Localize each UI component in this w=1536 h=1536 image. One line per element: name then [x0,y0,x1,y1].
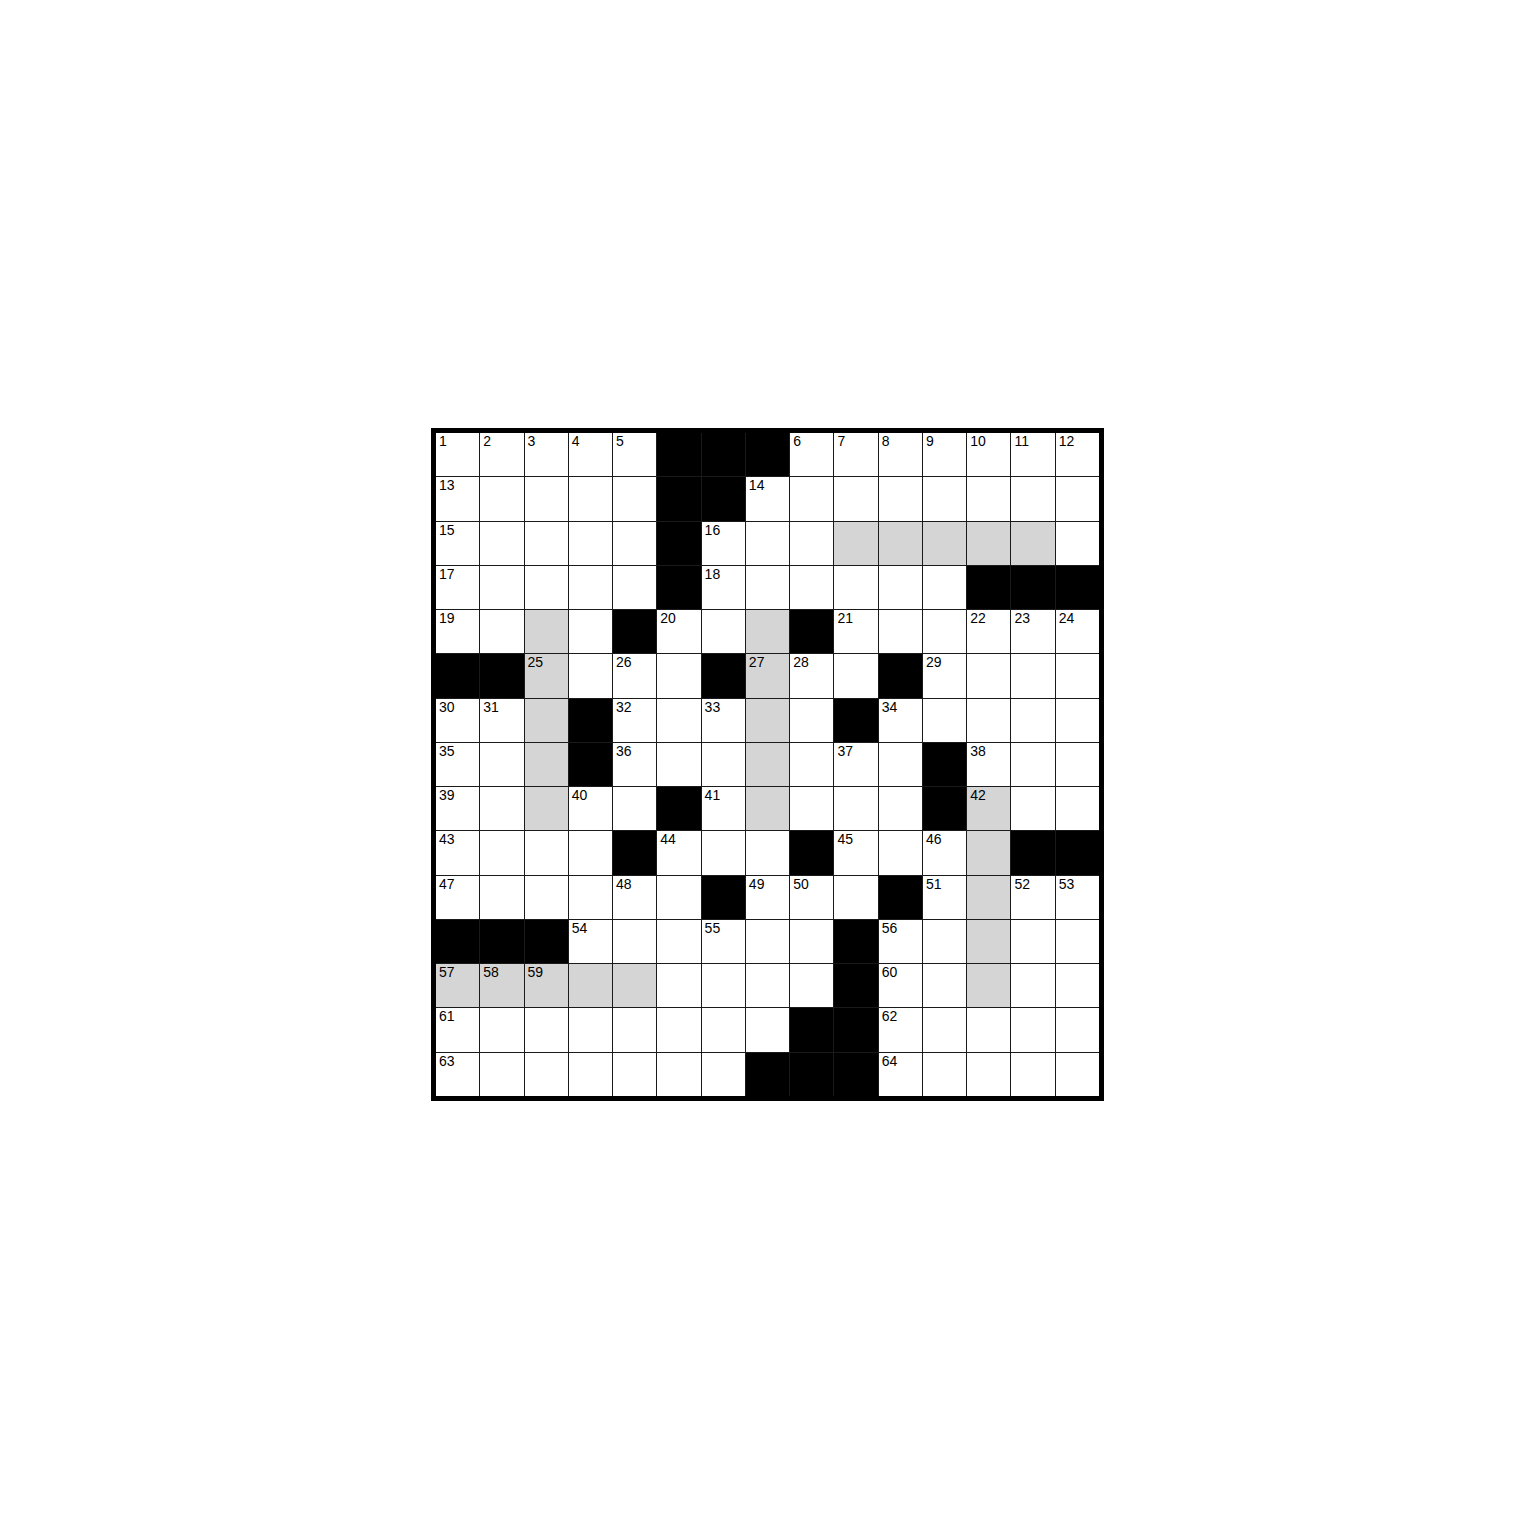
cell-r3c5[interactable] [613,522,656,565]
cell-r7c10 [834,699,877,742]
clue-number-35: 35 [439,744,455,759]
cell-r5c3[interactable] [525,610,568,653]
crossword-grid: 1234567891011121314151617181920212223242… [431,428,1104,1101]
cell-r1c1[interactable]: 1 [436,433,479,476]
cell-r5c9 [790,610,833,653]
clue-number-45: 45 [837,832,853,847]
cell-r3c4[interactable] [569,522,612,565]
cell-r8c6[interactable] [657,743,700,786]
cell-r14c11[interactable]: 62 [879,1008,922,1051]
cell-r13c11[interactable]: 60 [879,964,922,1007]
cell-r4c7[interactable]: 18 [702,566,745,609]
cell-r2c12[interactable] [923,477,966,520]
cell-r12c11[interactable]: 56 [879,920,922,963]
cell-r6c15[interactable] [1056,654,1099,697]
clue-number-53: 53 [1059,877,1075,892]
cell-r15c3[interactable] [525,1053,568,1096]
cell-r12c1 [436,920,479,963]
cell-r14c10 [834,1008,877,1051]
clue-number-24: 24 [1059,611,1075,626]
cell-r8c10[interactable]: 37 [834,743,877,786]
cell-r3c13[interactable] [967,522,1010,565]
cell-r9c2[interactable] [480,787,523,830]
cell-r14c15[interactable] [1056,1008,1099,1051]
cell-r3c7[interactable]: 16 [702,522,745,565]
clue-number-48: 48 [616,877,632,892]
cell-r5c12[interactable] [923,610,966,653]
clue-number-41: 41 [705,788,721,803]
cell-r2c8[interactable]: 14 [746,477,789,520]
cell-r4c4[interactable] [569,566,612,609]
cell-r14c8[interactable] [746,1008,789,1051]
cell-r7c2[interactable]: 31 [480,699,523,742]
cell-r7c9[interactable] [790,699,833,742]
cell-r4c10[interactable] [834,566,877,609]
cell-r2c3[interactable] [525,477,568,520]
cell-r11c9[interactable]: 50 [790,876,833,919]
cell-r13c10 [834,964,877,1007]
clue-number-30: 30 [439,700,455,715]
cell-r11c11 [879,876,922,919]
cell-r7c4 [569,699,612,742]
cell-r7c11[interactable]: 34 [879,699,922,742]
clue-number-58: 58 [483,965,499,980]
cell-r9c3[interactable] [525,787,568,830]
cell-r9c15[interactable] [1056,787,1099,830]
cell-r5c11[interactable] [879,610,922,653]
cell-r11c4[interactable] [569,876,612,919]
cell-r5c7[interactable] [702,610,745,653]
cell-r1c9[interactable]: 6 [790,433,833,476]
cell-r8c8[interactable] [746,743,789,786]
cell-r15c8 [746,1053,789,1096]
clue-number-19: 19 [439,611,455,626]
cell-r15c10 [834,1053,877,1096]
cell-r14c9 [790,1008,833,1051]
cell-r8c2[interactable] [480,743,523,786]
cell-r10c3[interactable] [525,831,568,874]
cell-r12c15[interactable] [1056,920,1099,963]
cell-r10c12[interactable]: 46 [923,831,966,874]
cell-r6c8[interactable]: 27 [746,654,789,697]
clue-number-10: 10 [970,434,986,449]
cell-r11c6[interactable] [657,876,700,919]
clue-number-42: 42 [970,788,986,803]
cell-r6c6[interactable] [657,654,700,697]
cell-r1c7 [702,433,745,476]
clue-number-43: 43 [439,832,455,847]
clue-number-23: 23 [1014,611,1030,626]
cell-r12c3 [525,920,568,963]
cell-r12c13[interactable] [967,920,1010,963]
cell-r1c14[interactable]: 11 [1011,433,1054,476]
cell-r11c15[interactable]: 53 [1056,876,1099,919]
cell-r6c13[interactable] [967,654,1010,697]
cell-r5c13[interactable]: 22 [967,610,1010,653]
cell-r1c5[interactable]: 5 [613,433,656,476]
cell-r4c8[interactable] [746,566,789,609]
cell-r15c1[interactable]: 63 [436,1053,479,1096]
clue-number-56: 56 [882,921,898,936]
cell-r12c4[interactable]: 54 [569,920,612,963]
cell-r8c14[interactable] [1011,743,1054,786]
cell-r4c5[interactable] [613,566,656,609]
cell-r11c1[interactable]: 47 [436,876,479,919]
cell-r4c2[interactable] [480,566,523,609]
clue-number-31: 31 [483,700,499,715]
cell-r15c2[interactable] [480,1053,523,1096]
page: 1234567891011121314151617181920212223242… [0,0,1536,1536]
clue-number-26: 26 [616,655,632,670]
cell-r15c14[interactable] [1011,1053,1054,1096]
clue-number-33: 33 [705,700,721,715]
cell-r6c2 [480,654,523,697]
cell-r11c14[interactable]: 52 [1011,876,1054,919]
cell-r13c13[interactable] [967,964,1010,1007]
clue-number-63: 63 [439,1054,455,1069]
cell-r13c15[interactable] [1056,964,1099,1007]
cell-r11c3[interactable] [525,876,568,919]
cell-r10c11[interactable] [879,831,922,874]
cell-r1c13[interactable]: 10 [967,433,1010,476]
cell-r15c7[interactable] [702,1053,745,1096]
cell-r13c4[interactable] [569,964,612,1007]
cell-r5c1[interactable]: 19 [436,610,479,653]
cell-r6c11 [879,654,922,697]
cell-r4c1[interactable]: 17 [436,566,479,609]
clue-number-46: 46 [926,832,942,847]
cell-r4c6 [657,566,700,609]
cell-r1c11[interactable]: 8 [879,433,922,476]
cell-r14c5[interactable] [613,1008,656,1051]
cell-r12c14[interactable] [1011,920,1054,963]
cell-r2c5[interactable] [613,477,656,520]
cell-r9c10[interactable] [834,787,877,830]
cell-r2c13[interactable] [967,477,1010,520]
cell-r9c6 [657,787,700,830]
cell-r11c13[interactable] [967,876,1010,919]
cell-r10c9 [790,831,833,874]
clue-number-54: 54 [572,921,588,936]
cell-r4c11[interactable] [879,566,922,609]
cell-r8c9[interactable] [790,743,833,786]
cell-r11c10[interactable] [834,876,877,919]
cell-r8c3[interactable] [525,743,568,786]
cell-r7c5[interactable]: 32 [613,699,656,742]
cell-r5c4[interactable] [569,610,612,653]
cell-r15c13[interactable] [967,1053,1010,1096]
clue-number-61: 61 [439,1009,455,1024]
cell-r1c10[interactable]: 7 [834,433,877,476]
cell-r14c1[interactable]: 61 [436,1008,479,1051]
cell-r12c12[interactable] [923,920,966,963]
cell-r3c1[interactable]: 15 [436,522,479,565]
cell-r10c15 [1056,831,1099,874]
cell-r3c2[interactable] [480,522,523,565]
cell-r5c5 [613,610,656,653]
cell-r5c10[interactable]: 21 [834,610,877,653]
cell-r14c7[interactable] [702,1008,745,1051]
cell-r9c7[interactable]: 41 [702,787,745,830]
cell-r10c8[interactable] [746,831,789,874]
cell-r7c12[interactable] [923,699,966,742]
cell-r6c7 [702,654,745,697]
cell-r6c14[interactable] [1011,654,1054,697]
cell-r11c7 [702,876,745,919]
cell-r14c4[interactable] [569,1008,612,1051]
cell-r2c14[interactable] [1011,477,1054,520]
cell-r8c5[interactable]: 36 [613,743,656,786]
cell-r14c12[interactable] [923,1008,966,1051]
clue-number-32: 32 [616,700,632,715]
cell-r3c15[interactable] [1056,522,1099,565]
cell-r13c3[interactable]: 59 [525,964,568,1007]
clue-number-36: 36 [616,744,632,759]
cell-r2c1[interactable]: 13 [436,477,479,520]
cell-r11c2[interactable] [480,876,523,919]
cell-r9c5[interactable] [613,787,656,830]
clue-number-17: 17 [439,567,455,582]
clue-number-14: 14 [749,478,765,493]
clue-number-38: 38 [970,744,986,759]
cell-r10c14 [1011,831,1054,874]
cell-r6c9[interactable]: 28 [790,654,833,697]
clue-number-59: 59 [528,965,544,980]
cell-r3c12[interactable] [923,522,966,565]
cell-r15c6[interactable] [657,1053,700,1096]
clue-number-49: 49 [749,877,765,892]
cell-r13c5[interactable] [613,964,656,1007]
cell-r6c4[interactable] [569,654,612,697]
cell-r3c3[interactable] [525,522,568,565]
cell-r7c1[interactable]: 30 [436,699,479,742]
clue-number-12: 12 [1059,434,1075,449]
cell-r14c3[interactable] [525,1008,568,1051]
cell-r7c14[interactable] [1011,699,1054,742]
cell-r10c7[interactable] [702,831,745,874]
cell-r2c7 [702,477,745,520]
cell-r4c3[interactable] [525,566,568,609]
clue-number-11: 11 [1014,434,1029,449]
cell-r14c6[interactable] [657,1008,700,1051]
cell-r10c4[interactable] [569,831,612,874]
cell-r10c6[interactable]: 44 [657,831,700,874]
cell-r9c4[interactable]: 40 [569,787,612,830]
clue-number-51: 51 [926,877,942,892]
clue-number-16: 16 [705,523,721,538]
cell-r13c2[interactable]: 58 [480,964,523,1007]
cell-r12c8[interactable] [746,920,789,963]
cell-r7c6[interactable] [657,699,700,742]
cell-r1c6 [657,433,700,476]
cell-r2c4[interactable] [569,477,612,520]
cell-r2c9[interactable] [790,477,833,520]
clue-number-55: 55 [705,921,721,936]
clue-number-20: 20 [660,611,676,626]
cell-r9c12 [923,787,966,830]
cell-r1c8 [746,433,789,476]
cell-r8c11[interactable] [879,743,922,786]
cell-r10c2[interactable] [480,831,523,874]
clue-number-27: 27 [749,655,765,670]
cell-r1c12[interactable]: 9 [923,433,966,476]
clue-number-64: 64 [882,1054,898,1069]
cell-r2c11[interactable] [879,477,922,520]
cell-r3c10[interactable] [834,522,877,565]
cell-r4c12[interactable] [923,566,966,609]
cell-r1c3[interactable]: 3 [525,433,568,476]
cell-r7c7[interactable]: 33 [702,699,745,742]
clue-number-6: 6 [793,434,801,449]
cell-r3c11[interactable] [879,522,922,565]
cell-r12c6[interactable] [657,920,700,963]
clue-number-39: 39 [439,788,455,803]
cell-r4c15 [1056,566,1099,609]
cell-r9c13[interactable]: 42 [967,787,1010,830]
cell-r7c15[interactable] [1056,699,1099,742]
cell-r1c4[interactable]: 4 [569,433,612,476]
cell-r5c15[interactable]: 24 [1056,610,1099,653]
clue-number-9: 9 [926,434,934,449]
cell-r5c2[interactable] [480,610,523,653]
cell-r6c3[interactable]: 25 [525,654,568,697]
clue-number-52: 52 [1014,877,1030,892]
cell-r6c1 [436,654,479,697]
clue-number-44: 44 [660,832,676,847]
cell-r13c1[interactable]: 57 [436,964,479,1007]
cell-r12c2 [480,920,523,963]
clue-number-21: 21 [837,611,853,626]
cell-r4c13 [967,566,1010,609]
cell-r14c2[interactable] [480,1008,523,1051]
clue-number-4: 4 [572,434,580,449]
cell-r13c9[interactable] [790,964,833,1007]
cell-r6c12[interactable]: 29 [923,654,966,697]
cell-r11c5[interactable]: 48 [613,876,656,919]
clue-number-18: 18 [705,567,721,582]
cell-r7c8[interactable] [746,699,789,742]
cell-r12c10 [834,920,877,963]
cell-r3c8[interactable] [746,522,789,565]
cell-r11c12[interactable]: 51 [923,876,966,919]
cell-r10c10[interactable]: 45 [834,831,877,874]
cell-r12c9[interactable] [790,920,833,963]
cell-r9c14[interactable] [1011,787,1054,830]
cell-r4c9[interactable] [790,566,833,609]
cell-r13c7[interactable] [702,964,745,1007]
cell-r8c12 [923,743,966,786]
cell-r8c1[interactable]: 35 [436,743,479,786]
cell-r6c10[interactable] [834,654,877,697]
cell-r13c8[interactable] [746,964,789,1007]
cell-r13c6[interactable] [657,964,700,1007]
clue-number-25: 25 [528,655,544,670]
clue-number-60: 60 [882,965,898,980]
cell-r8c15[interactable] [1056,743,1099,786]
clue-number-37: 37 [837,744,853,759]
cell-r10c5 [613,831,656,874]
cell-r15c11[interactable]: 64 [879,1053,922,1096]
clue-number-62: 62 [882,1009,898,1024]
cell-r7c3[interactable] [525,699,568,742]
clue-number-22: 22 [970,611,986,626]
cell-r15c12[interactable] [923,1053,966,1096]
cell-r8c4 [569,743,612,786]
clue-number-34: 34 [882,700,898,715]
cell-r9c9[interactable] [790,787,833,830]
cell-r14c13[interactable] [967,1008,1010,1051]
cell-r8c13[interactable]: 38 [967,743,1010,786]
cell-r8c7[interactable] [702,743,745,786]
cell-r3c14[interactable] [1011,522,1054,565]
cell-r10c1[interactable]: 43 [436,831,479,874]
cell-r5c6[interactable]: 20 [657,610,700,653]
cell-r7c13[interactable] [967,699,1010,742]
cell-r1c2[interactable]: 2 [480,433,523,476]
cell-r15c4[interactable] [569,1053,612,1096]
clue-number-7: 7 [837,434,845,449]
cell-r5c8[interactable] [746,610,789,653]
cell-r15c9 [790,1053,833,1096]
cell-r9c1[interactable]: 39 [436,787,479,830]
clue-number-28: 28 [793,655,809,670]
cell-r2c15[interactable] [1056,477,1099,520]
cell-r3c9[interactable] [790,522,833,565]
cell-r2c2[interactable] [480,477,523,520]
cell-r11c8[interactable]: 49 [746,876,789,919]
cell-r15c5[interactable] [613,1053,656,1096]
clue-number-1: 1 [439,434,447,449]
clue-number-13: 13 [439,478,455,493]
cell-r4c14 [1011,566,1054,609]
cell-r5c14[interactable]: 23 [1011,610,1054,653]
clue-number-40: 40 [572,788,588,803]
clue-number-29: 29 [926,655,942,670]
cell-r14c14[interactable] [1011,1008,1054,1051]
cell-r13c14[interactable] [1011,964,1054,1007]
cell-r2c6 [657,477,700,520]
clue-number-3: 3 [528,434,536,449]
cell-r15c15[interactable] [1056,1053,1099,1096]
clue-number-15: 15 [439,523,455,538]
cell-r12c5[interactable] [613,920,656,963]
clue-number-2: 2 [483,434,491,449]
cell-r12c7[interactable]: 55 [702,920,745,963]
cell-r10c13[interactable] [967,831,1010,874]
clue-number-8: 8 [882,434,890,449]
clue-number-47: 47 [439,877,455,892]
cell-r9c11[interactable] [879,787,922,830]
clue-number-50: 50 [793,877,809,892]
cell-r2c10[interactable] [834,477,877,520]
cell-r13c12[interactable] [923,964,966,1007]
cell-r3c6 [657,522,700,565]
cell-r1c15[interactable]: 12 [1056,433,1099,476]
cell-r6c5[interactable]: 26 [613,654,656,697]
cell-r9c8[interactable] [746,787,789,830]
clue-number-57: 57 [439,965,455,980]
clue-number-5: 5 [616,434,624,449]
